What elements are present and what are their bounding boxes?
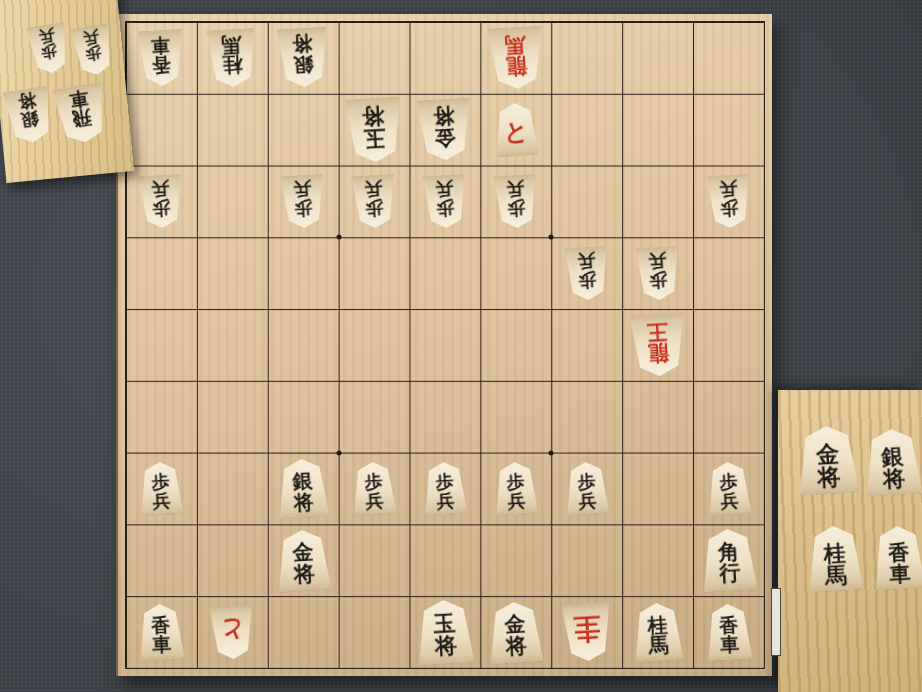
square-2i: 桂馬 bbox=[622, 596, 693, 668]
piece-kanji: 将 bbox=[292, 34, 313, 56]
square-9a: 香車 bbox=[126, 22, 197, 94]
piece-kanji: 歩 bbox=[294, 198, 313, 217]
piece-kanji: 将 bbox=[506, 635, 528, 658]
piece-4g[interactable]: 歩兵 bbox=[492, 461, 539, 516]
piece-kanji: 龍 bbox=[505, 54, 527, 77]
piece-kanji: 兵 bbox=[435, 179, 454, 198]
piece-kanji: 桂 bbox=[222, 54, 243, 76]
shogi-board[interactable]: 香車桂馬銀将龍馬玉将金将と歩兵歩兵歩兵歩兵歩兵歩兵歩兵歩兵龍王歩兵銀将歩兵歩兵歩… bbox=[118, 14, 772, 676]
piece-kanji: 兵 bbox=[578, 491, 597, 510]
star-point bbox=[549, 450, 554, 455]
piece-kanji: 歩 bbox=[648, 270, 667, 289]
piece-7g[interactable]: 銀将 bbox=[276, 458, 331, 520]
piece-kanji: 歩 bbox=[719, 198, 738, 217]
square-3g: 歩兵 bbox=[551, 453, 622, 525]
piece-kanji: 車 bbox=[68, 88, 90, 110]
piece-kanji: 行 bbox=[718, 563, 740, 586]
piece-kanji: 兵 bbox=[82, 28, 100, 47]
desk-background: 香車桂馬銀将龍馬玉将金将と歩兵歩兵歩兵歩兵歩兵歩兵歩兵歩兵龍王歩兵銀将歩兵歩兵歩… bbox=[0, 0, 922, 692]
piece-kanji: 金 bbox=[434, 126, 456, 149]
piece-kanji: 兵 bbox=[720, 491, 739, 510]
piece-kanji: 兵 bbox=[647, 251, 666, 270]
piece-lance-6[interactable]: 香車 bbox=[871, 524, 922, 590]
piece-kanji: 兵 bbox=[506, 179, 525, 198]
piece-silver-4[interactable]: 銀将 bbox=[863, 428, 922, 497]
piece-8i[interactable]: と bbox=[209, 604, 256, 659]
piece-9c[interactable]: 歩兵 bbox=[138, 174, 185, 229]
square-1h: 角行 bbox=[693, 524, 764, 596]
piece-kanji: 兵 bbox=[37, 26, 55, 45]
square-2e: 龍王 bbox=[622, 309, 693, 381]
square-5c: 歩兵 bbox=[410, 166, 481, 238]
piece-pawn-4[interactable]: 歩兵 bbox=[70, 24, 117, 79]
gote-piece-stand: 歩兵歩兵銀将飛車 bbox=[0, 0, 134, 183]
piece-kanji: 将 bbox=[362, 103, 385, 127]
piece-2e[interactable]: 龍王 bbox=[628, 312, 687, 377]
square-9i: 香車 bbox=[126, 596, 197, 668]
piece-kanji: 将 bbox=[293, 563, 315, 586]
piece-kanji: 車 bbox=[889, 563, 911, 586]
star-point bbox=[336, 235, 341, 240]
square-1g: 歩兵 bbox=[693, 453, 764, 525]
piece-kanji: 車 bbox=[151, 35, 171, 55]
square-6b: 玉将 bbox=[339, 94, 410, 166]
piece-kanji: 銀 bbox=[293, 54, 314, 76]
piece-kanji: 王 bbox=[646, 320, 668, 343]
square-7g: 銀将 bbox=[268, 453, 339, 525]
square-4b: と bbox=[480, 94, 551, 166]
piece-3i[interactable]: 圭 bbox=[560, 602, 613, 663]
piece-7c[interactable]: 歩兵 bbox=[280, 174, 327, 229]
piece-kanji: 兵 bbox=[436, 491, 455, 510]
piece-8a[interactable]: 桂馬 bbox=[206, 27, 259, 88]
piece-1g[interactable]: 歩兵 bbox=[705, 461, 752, 516]
piece-6c[interactable]: 歩兵 bbox=[351, 174, 398, 229]
piece-kanji: 兵 bbox=[577, 251, 596, 270]
piece-kanji: 馬 bbox=[504, 33, 526, 56]
piece-kanji: 兵 bbox=[153, 491, 172, 510]
square-4i: 金将 bbox=[480, 596, 551, 668]
piece-box-edge bbox=[771, 588, 781, 656]
square-5i: 玉将 bbox=[410, 596, 481, 668]
square-8a: 桂馬 bbox=[197, 22, 268, 94]
star-point bbox=[336, 450, 341, 455]
piece-3g[interactable]: 歩兵 bbox=[563, 461, 610, 516]
piece-kanji: 将 bbox=[883, 468, 906, 492]
piece-1h[interactable]: 角行 bbox=[699, 528, 758, 593]
square-3d: 歩兵 bbox=[551, 237, 622, 309]
piece-kanji: 馬 bbox=[648, 635, 669, 657]
piece-kanji: 馬 bbox=[221, 34, 242, 56]
piece-7a[interactable]: 銀将 bbox=[276, 27, 331, 89]
star-point bbox=[549, 235, 554, 240]
piece-7h[interactable]: 金将 bbox=[274, 528, 332, 592]
square-7a: 銀将 bbox=[268, 22, 339, 94]
piece-knight-5[interactable]: 桂馬 bbox=[805, 524, 865, 592]
piece-5c[interactable]: 歩兵 bbox=[421, 174, 468, 229]
piece-kanji: 将 bbox=[17, 90, 38, 111]
square-7c: 歩兵 bbox=[268, 166, 339, 238]
piece-6b[interactable]: 玉将 bbox=[343, 96, 405, 163]
piece-kanji: と bbox=[503, 120, 529, 146]
square-9c: 歩兵 bbox=[126, 166, 197, 238]
piece-kanji: 歩 bbox=[436, 198, 455, 217]
piece-4b[interactable]: と bbox=[492, 102, 539, 157]
square-3i: 圭 bbox=[551, 596, 622, 668]
square-4c: 歩兵 bbox=[480, 166, 551, 238]
square-4a: 龍馬 bbox=[480, 22, 551, 94]
square-2d: 歩兵 bbox=[622, 237, 693, 309]
piece-pawn-3[interactable]: 歩兵 bbox=[25, 22, 72, 77]
piece-kanji: 歩 bbox=[507, 198, 526, 217]
piece-kanji: 香 bbox=[152, 54, 172, 74]
piece-kanji: 車 bbox=[152, 635, 172, 655]
piece-6g[interactable]: 歩兵 bbox=[351, 461, 398, 516]
piece-9g[interactable]: 歩兵 bbox=[138, 461, 185, 516]
piece-5i[interactable]: 玉将 bbox=[414, 598, 476, 665]
piece-1i[interactable]: 香車 bbox=[704, 603, 753, 662]
piece-9i[interactable]: 香車 bbox=[137, 603, 186, 662]
square-1i: 香車 bbox=[693, 596, 764, 668]
square-8i: と bbox=[197, 596, 268, 668]
piece-kanji: 圭 bbox=[572, 614, 601, 643]
piece-2i[interactable]: 桂馬 bbox=[631, 602, 684, 663]
piece-2d[interactable]: 歩兵 bbox=[634, 245, 681, 300]
square-5g: 歩兵 bbox=[410, 453, 481, 525]
piece-9a[interactable]: 香車 bbox=[137, 29, 186, 88]
piece-kanji: と bbox=[219, 616, 245, 642]
piece-kanji: 歩 bbox=[152, 198, 171, 217]
piece-kanji: 龍 bbox=[647, 341, 669, 364]
square-6g: 歩兵 bbox=[339, 453, 410, 525]
piece-kanji: 金 bbox=[504, 613, 526, 636]
square-6c: 歩兵 bbox=[339, 166, 410, 238]
piece-kanji: 玉 bbox=[363, 126, 386, 150]
piece-gold-3[interactable]: 金将 bbox=[795, 425, 861, 496]
piece-rook-6[interactable]: 飛車 bbox=[51, 82, 111, 146]
square-4g: 歩兵 bbox=[480, 453, 551, 525]
piece-kanji: 将 bbox=[293, 491, 314, 513]
board-grid: 香車桂馬銀将龍馬玉将金将と歩兵歩兵歩兵歩兵歩兵歩兵歩兵歩兵龍王歩兵銀将歩兵歩兵歩… bbox=[125, 21, 765, 669]
piece-silver-5[interactable]: 銀将 bbox=[1, 85, 57, 146]
square-9g: 歩兵 bbox=[126, 453, 197, 525]
piece-4a[interactable]: 龍馬 bbox=[486, 25, 545, 90]
square-7h: 金将 bbox=[268, 524, 339, 596]
piece-kanji: 将 bbox=[434, 635, 457, 659]
piece-kanji: 将 bbox=[433, 104, 455, 127]
sente-piece-stand: 金将銀将桂馬香車 bbox=[778, 390, 922, 692]
piece-kanji: 兵 bbox=[507, 491, 526, 510]
square-1c: 歩兵 bbox=[693, 166, 764, 238]
piece-kanji: 歩 bbox=[365, 198, 384, 217]
piece-kanji: 兵 bbox=[151, 179, 170, 198]
piece-kanji: 歩 bbox=[578, 270, 597, 289]
piece-1c[interactable]: 歩兵 bbox=[705, 174, 752, 229]
piece-kanji: 兵 bbox=[365, 491, 384, 510]
piece-3d[interactable]: 歩兵 bbox=[563, 245, 610, 300]
piece-kanji: 車 bbox=[719, 635, 739, 655]
piece-4c[interactable]: 歩兵 bbox=[492, 174, 539, 229]
piece-5b[interactable]: 金将 bbox=[416, 98, 474, 162]
square-5b: 金将 bbox=[410, 94, 481, 166]
piece-kanji: 兵 bbox=[293, 179, 312, 198]
piece-kanji: 兵 bbox=[718, 179, 737, 198]
piece-kanji: 馬 bbox=[824, 564, 847, 588]
piece-4i[interactable]: 金将 bbox=[487, 600, 545, 664]
piece-kanji: 兵 bbox=[364, 179, 383, 198]
piece-5g[interactable]: 歩兵 bbox=[421, 461, 468, 516]
piece-kanji: 将 bbox=[817, 466, 841, 491]
